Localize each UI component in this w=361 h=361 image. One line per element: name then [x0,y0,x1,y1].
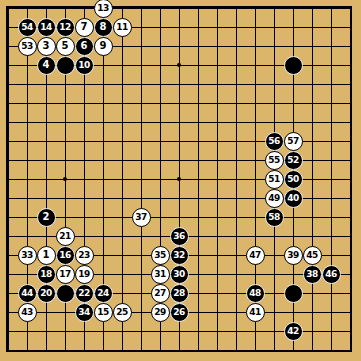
move-number: 15 [97,308,109,317]
stone-white-25: 25 [113,303,132,322]
move-number: 19 [78,270,90,279]
move-number: 26 [173,308,185,317]
stone-white-31: 31 [151,265,170,284]
stone-black-56: 56 [265,132,284,151]
move-number: 51 [268,175,280,184]
move-number: 3 [43,41,50,51]
move-number: 57 [287,137,299,146]
move-number: 56 [268,137,280,146]
move-number: 43 [21,308,33,317]
stone-white-47: 47 [246,246,265,265]
stone-white-17: 17 [56,265,75,284]
stone-black-52: 52 [284,151,303,170]
stone-black-handicap [284,284,303,303]
move-number: 39 [287,251,299,260]
move-number: 40 [287,194,299,203]
move-number: 14 [40,23,52,32]
stone-black-26: 26 [170,303,189,322]
stone-white-11: 11 [113,18,132,37]
stones-grid: 1354141278115335694105657555251504940237… [0,0,360,360]
move-number: 46 [325,270,337,279]
stone-black-38: 38 [303,265,322,284]
move-number: 23 [78,251,90,260]
move-number: 22 [78,289,90,298]
stone-black-10: 10 [75,56,94,75]
stone-black-46: 46 [322,265,341,284]
stone-white-33: 33 [18,246,37,265]
move-number: 10 [78,61,90,70]
move-number: 13 [97,4,109,13]
move-number: 4 [43,60,50,70]
stone-black-handicap [56,284,75,303]
move-number: 34 [78,308,90,317]
move-number: 1 [43,250,50,260]
stone-white-43: 43 [18,303,37,322]
go-board: 1354141278115335694105657555251504940237… [0,0,361,361]
stone-black-16: 16 [56,246,75,265]
move-number: 44 [21,289,33,298]
stone-white-45: 45 [303,246,322,265]
move-number: 17 [59,270,71,279]
move-number: 8 [100,22,107,32]
stone-white-35: 35 [151,246,170,265]
stone-black-50: 50 [284,170,303,189]
move-number: 5 [62,41,69,51]
stone-black-6: 6 [75,37,94,56]
stone-white-3: 3 [37,37,56,56]
stone-black-handicap [284,56,303,75]
move-number: 31 [154,270,166,279]
move-number: 27 [154,289,166,298]
stone-black-8: 8 [94,18,113,37]
move-number: 38 [306,270,318,279]
stone-white-29: 29 [151,303,170,322]
stone-white-23: 23 [75,246,94,265]
stone-black-18: 18 [37,265,56,284]
move-number: 33 [21,251,33,260]
stone-white-37: 37 [132,208,151,227]
move-number: 2 [43,212,50,222]
stone-white-19: 19 [75,265,94,284]
move-number: 55 [268,156,280,165]
move-number: 58 [268,213,280,222]
stone-white-9: 9 [94,37,113,56]
move-number: 50 [287,175,299,184]
move-number: 25 [116,308,128,317]
stone-black-42: 42 [284,322,303,341]
stone-white-41: 41 [246,303,265,322]
stone-white-53: 53 [18,37,37,56]
move-number: 49 [268,194,280,203]
move-number: 47 [249,251,261,260]
stone-white-49: 49 [265,189,284,208]
move-number: 48 [249,289,261,298]
stone-white-13: 13 [94,0,113,18]
move-number: 12 [59,23,71,32]
move-number: 52 [287,156,299,165]
move-number: 7 [81,22,88,32]
move-number: 18 [40,270,52,279]
move-number: 37 [135,213,147,222]
move-number: 29 [154,308,166,317]
move-number: 53 [21,42,33,51]
stone-white-27: 27 [151,284,170,303]
move-number: 6 [81,41,88,51]
stone-white-15: 15 [94,303,113,322]
move-number: 32 [173,251,185,260]
stone-black-24: 24 [94,284,113,303]
move-number: 21 [59,232,71,241]
move-number: 45 [306,251,318,260]
stone-black-54: 54 [18,18,37,37]
move-number: 24 [97,289,109,298]
move-number: 54 [21,23,33,32]
move-number: 9 [100,41,107,51]
move-number: 35 [154,251,166,260]
stone-black-44: 44 [18,284,37,303]
stone-white-21: 21 [56,227,75,246]
move-number: 36 [173,232,185,241]
move-number: 30 [173,270,185,279]
stone-white-1: 1 [37,246,56,265]
stone-white-51: 51 [265,170,284,189]
stone-black-40: 40 [284,189,303,208]
stone-black-36: 36 [170,227,189,246]
stone-black-14: 14 [37,18,56,37]
stone-white-5: 5 [56,37,75,56]
move-number: 42 [287,327,299,336]
stone-white-39: 39 [284,246,303,265]
stone-black-handicap [56,56,75,75]
stone-black-2: 2 [37,208,56,227]
stone-black-32: 32 [170,246,189,265]
stone-black-34: 34 [75,303,94,322]
stone-white-7: 7 [75,18,94,37]
stone-black-20: 20 [37,284,56,303]
stone-black-58: 58 [265,208,284,227]
stone-black-30: 30 [170,265,189,284]
stone-black-22: 22 [75,284,94,303]
move-number: 20 [40,289,52,298]
stone-black-4: 4 [37,56,56,75]
move-number: 28 [173,289,185,298]
stone-white-55: 55 [265,151,284,170]
stone-black-28: 28 [170,284,189,303]
move-number: 11 [116,23,128,32]
stone-white-57: 57 [284,132,303,151]
stone-black-12: 12 [56,18,75,37]
move-number: 41 [249,308,261,317]
stone-black-48: 48 [246,284,265,303]
move-number: 16 [59,251,71,260]
